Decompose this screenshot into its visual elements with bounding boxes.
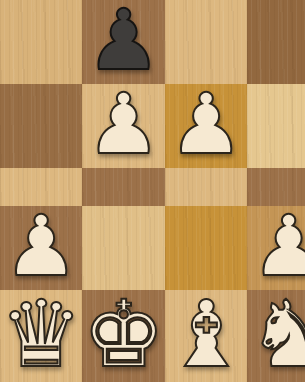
square-d2[interactable]: ♟ <box>0 206 82 290</box>
square-d5[interactable] <box>0 0 82 84</box>
square-e2[interactable] <box>82 206 164 290</box>
piece-white-pawn[interactable]: ♟ <box>169 82 244 166</box>
piece-white-pawn[interactable]: ♟ <box>4 204 79 288</box>
square-e1[interactable]: ♚ <box>82 290 164 382</box>
piece-white-king[interactable]: ♚ <box>82 289 164 381</box>
square-e4[interactable]: ♟ <box>82 84 164 168</box>
square-f3[interactable] <box>165 168 247 206</box>
square-e3[interactable] <box>82 168 164 206</box>
piece-white-pawn[interactable]: ♟ <box>251 204 305 288</box>
piece-black-pawn[interactable]: ♟ <box>86 0 161 82</box>
chess-board: ♟♟♟♟♟♛♚♝♞ <box>0 0 305 382</box>
piece-white-bishop[interactable]: ♝ <box>165 289 247 381</box>
square-f5[interactable] <box>165 0 247 84</box>
square-g2[interactable]: ♟ <box>247 206 305 290</box>
piece-white-queen[interactable]: ♛ <box>0 289 82 381</box>
square-g4[interactable] <box>247 84 305 168</box>
piece-white-knight[interactable]: ♞ <box>247 289 305 381</box>
square-f1[interactable]: ♝ <box>165 290 247 382</box>
square-d1[interactable]: ♛ <box>0 290 82 382</box>
square-d4[interactable] <box>0 84 82 168</box>
square-g1[interactable]: ♞ <box>247 290 305 382</box>
piece-white-pawn[interactable]: ♟ <box>86 82 161 166</box>
square-f4[interactable]: ♟ <box>165 84 247 168</box>
square-e5[interactable]: ♟ <box>82 0 164 84</box>
square-f2[interactable] <box>165 206 247 290</box>
square-g5[interactable] <box>247 0 305 84</box>
